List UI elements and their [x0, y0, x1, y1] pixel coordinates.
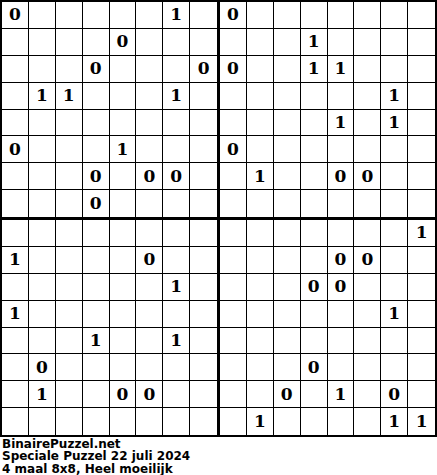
cell-bottom-right-r6c6[interactable]: [354, 354, 381, 381]
cell-top-right-r7c2: 1: [247, 163, 274, 190]
cell-top-left-r4c5[interactable]: [110, 83, 137, 110]
cell-top-right-r5c7: 1: [381, 110, 408, 137]
cell-bottom-left-r6c2: 0: [29, 354, 56, 381]
cell-bottom-left-r3c2[interactable]: [29, 274, 56, 301]
cell-bottom-right-r6c3[interactable]: [274, 354, 301, 381]
cell-bottom-left-r5c3[interactable]: [56, 328, 83, 355]
cell-top-left-r7c2[interactable]: [29, 163, 56, 190]
cell-bottom-left-r2c1: 1: [2, 247, 29, 274]
cell-bottom-left-r6c3[interactable]: [56, 354, 83, 381]
cell-bottom-left-r8c6[interactable]: [136, 408, 163, 435]
cell-bottom-right-r8c7: 1: [381, 408, 408, 435]
cell-top-right-r8c3[interactable]: [274, 190, 301, 217]
cell-bottom-right-r6c4: 0: [301, 354, 328, 381]
cell-top-right-r6c5[interactable]: [328, 136, 355, 163]
cell-bottom-right-r3c1[interactable]: [220, 274, 247, 301]
cell-bottom-right-r5c5[interactable]: [328, 328, 355, 355]
cell-bottom-right-r5c3[interactable]: [274, 328, 301, 355]
cell-top-right-r3c8[interactable]: [408, 56, 435, 83]
cell-bottom-left-r6c5[interactable]: [110, 354, 137, 381]
cell-bottom-right-r8c4[interactable]: [301, 408, 328, 435]
cell-bottom-left-r3c5[interactable]: [110, 274, 137, 301]
cell-bottom-right-r8c8: 1: [408, 408, 435, 435]
cell-bottom-left-r5c7: 1: [163, 328, 190, 355]
cell-top-right-r8c7[interactable]: [381, 190, 408, 217]
cell-top-left-r2c8[interactable]: [190, 29, 217, 56]
cell-bottom-right-r3c3[interactable]: [274, 274, 301, 301]
cell-top-right-r2c6[interactable]: [354, 29, 381, 56]
cell-bottom-right-r2c7[interactable]: [381, 247, 408, 274]
cell-top-right-r6c7[interactable]: [381, 136, 408, 163]
cell-top-left-r2c1[interactable]: [2, 29, 29, 56]
cell-bottom-left-r7c1[interactable]: [2, 381, 29, 408]
cell-top-right-r4c2[interactable]: [247, 83, 274, 110]
cell-bottom-left-r6c7[interactable]: [163, 354, 190, 381]
cell-bottom-left-r3c7: 1: [163, 274, 190, 301]
cell-top-right-r6c2[interactable]: [247, 136, 274, 163]
cell-bottom-left-r4c5[interactable]: [110, 301, 137, 328]
grid-top-left: 01000111010000: [2, 2, 217, 217]
cell-bottom-left-r1c7[interactable]: [163, 220, 190, 247]
cell-bottom-right-r4c3[interactable]: [274, 301, 301, 328]
cell-top-right-r8c1[interactable]: [220, 190, 247, 217]
cell-top-left-r3c3[interactable]: [56, 56, 83, 83]
cell-top-left-r5c2[interactable]: [29, 110, 56, 137]
cell-top-left-r8c4: 0: [83, 190, 110, 217]
cell-bottom-right-r5c1[interactable]: [220, 328, 247, 355]
cell-bottom-left-r4c7[interactable]: [163, 301, 190, 328]
cell-top-left-r2c3[interactable]: [56, 29, 83, 56]
cell-bottom-right-r2c1[interactable]: [220, 247, 247, 274]
cell-bottom-left-r2c5[interactable]: [110, 247, 137, 274]
cell-bottom-right-r1c7[interactable]: [381, 220, 408, 247]
cell-bottom-right-r4c5[interactable]: [328, 301, 355, 328]
cell-top-left-r5c5[interactable]: [110, 110, 137, 137]
cell-top-right-r2c1[interactable]: [220, 29, 247, 56]
cell-bottom-right-r5c4[interactable]: [301, 328, 328, 355]
cell-top-right-r7c6: 0: [354, 163, 381, 190]
cell-top-left-r1c6[interactable]: [136, 2, 163, 29]
cell-top-right-r1c6[interactable]: [354, 2, 381, 29]
cell-bottom-right-r3c2[interactable]: [247, 274, 274, 301]
cell-top-left-r8c3[interactable]: [56, 190, 83, 217]
cell-bottom-right-r6c1[interactable]: [220, 354, 247, 381]
cell-top-right-r2c5[interactable]: [328, 29, 355, 56]
cell-bottom-right-r1c4[interactable]: [301, 220, 328, 247]
cell-top-left-r5c4[interactable]: [83, 110, 110, 137]
cell-top-right-r1c4[interactable]: [301, 2, 328, 29]
cell-bottom-left-r8c7[interactable]: [163, 408, 190, 435]
cell-top-left-r4c2: 1: [29, 83, 56, 110]
cell-top-left-r5c3[interactable]: [56, 110, 83, 137]
cell-bottom-left-r4c2[interactable]: [29, 301, 56, 328]
cell-top-right-r7c5: 0: [328, 163, 355, 190]
cell-bottom-right-r7c4[interactable]: [301, 381, 328, 408]
cell-bottom-right-r5c6[interactable]: [354, 328, 381, 355]
cell-bottom-right-r3c6[interactable]: [354, 274, 381, 301]
cell-top-right-r2c2[interactable]: [247, 29, 274, 56]
cell-bottom-right-r4c4[interactable]: [301, 301, 328, 328]
cell-top-left-r3c7[interactable]: [163, 56, 190, 83]
cell-top-left-r2c2[interactable]: [29, 29, 56, 56]
cell-top-left-r7c7: 0: [163, 163, 190, 190]
puzzle-description: 4 maal 8x8, Heel moeilijk: [2, 463, 437, 475]
cell-top-left-r2c4[interactable]: [83, 29, 110, 56]
cell-bottom-left-r4c3[interactable]: [56, 301, 83, 328]
cell-bottom-right-r7c5: 1: [328, 381, 355, 408]
cell-bottom-left-r8c5[interactable]: [110, 408, 137, 435]
cell-top-left-r5c8[interactable]: [190, 110, 217, 137]
cell-top-right-r1c7[interactable]: [381, 2, 408, 29]
cell-top-left-r7c8[interactable]: [190, 163, 217, 190]
cell-top-right-r1c1: 0: [220, 2, 247, 29]
cell-top-right-r3c7[interactable]: [381, 56, 408, 83]
cell-bottom-right-r7c1[interactable]: [220, 381, 247, 408]
cell-top-right-r3c6[interactable]: [354, 56, 381, 83]
cell-bottom-left-r1c8[interactable]: [190, 220, 217, 247]
cell-top-left-r4c3: 1: [56, 83, 83, 110]
cell-top-right-r8c8[interactable]: [408, 190, 435, 217]
cell-top-left-r3c2[interactable]: [29, 56, 56, 83]
cell-top-left-r7c5[interactable]: [110, 163, 137, 190]
cell-top-left-r2c7[interactable]: [163, 29, 190, 56]
cell-top-right-r6c4[interactable]: [301, 136, 328, 163]
cell-bottom-left-r4c8[interactable]: [190, 301, 217, 328]
cell-bottom-left-r6c6[interactable]: [136, 354, 163, 381]
cell-bottom-right-r7c3: 0: [274, 381, 301, 408]
cell-top-right-r2c4: 1: [301, 29, 328, 56]
cell-top-right-r5c5: 1: [328, 110, 355, 137]
cell-bottom-left-r2c4[interactable]: [83, 247, 110, 274]
cell-top-right-r6c1: 0: [220, 136, 247, 163]
cell-top-right-r7c4[interactable]: [301, 163, 328, 190]
cell-bottom-right-r2c2[interactable]: [247, 247, 274, 274]
cell-top-right-r7c8[interactable]: [408, 163, 435, 190]
cell-top-left-r6c2[interactable]: [29, 136, 56, 163]
cell-top-left-r8c1[interactable]: [2, 190, 29, 217]
cell-bottom-left-r2c6: 0: [136, 247, 163, 274]
cell-top-right-r4c3[interactable]: [274, 83, 301, 110]
cell-top-left-r6c3[interactable]: [56, 136, 83, 163]
cell-bottom-right-r1c8: 1: [408, 220, 435, 247]
cell-bottom-left-r5c1[interactable]: [2, 328, 29, 355]
cell-bottom-left-r7c4[interactable]: [83, 381, 110, 408]
cell-bottom-left-r7c8[interactable]: [190, 381, 217, 408]
cell-top-left-r6c6[interactable]: [136, 136, 163, 163]
cell-bottom-left-r6c4[interactable]: [83, 354, 110, 381]
grid-top-right: 010111110100: [220, 2, 435, 217]
cell-top-right-r4c4[interactable]: [301, 83, 328, 110]
cell-top-left-r6c8[interactable]: [190, 136, 217, 163]
cell-top-left-r3c4: 0: [83, 56, 110, 83]
cell-bottom-right-r7c6[interactable]: [354, 381, 381, 408]
cell-top-left-r5c1[interactable]: [2, 110, 29, 137]
cell-bottom-right-r3c4: 0: [301, 274, 328, 301]
cell-bottom-right-r6c7[interactable]: [381, 354, 408, 381]
cell-top-left-r4c8[interactable]: [190, 83, 217, 110]
cell-top-right-r1c8[interactable]: [408, 2, 435, 29]
cell-top-right-r3c1: 0: [220, 56, 247, 83]
cell-bottom-left-r7c2: 1: [29, 381, 56, 408]
cell-bottom-right-r6c2[interactable]: [247, 354, 274, 381]
cell-bottom-left-r8c8[interactable]: [190, 408, 217, 435]
cell-top-left-r2c6[interactable]: [136, 29, 163, 56]
cell-top-left-r4c1[interactable]: [2, 83, 29, 110]
cell-bottom-left-r2c7[interactable]: [163, 247, 190, 274]
cell-top-right-r6c3[interactable]: [274, 136, 301, 163]
cell-top-right-r4c1[interactable]: [220, 83, 247, 110]
cell-bottom-left-r3c8[interactable]: [190, 274, 217, 301]
cell-bottom-right-r8c5[interactable]: [328, 408, 355, 435]
cell-bottom-right-r4c1[interactable]: [220, 301, 247, 328]
cell-top-left-r1c1: 0: [2, 2, 29, 29]
cell-bottom-right-r1c5[interactable]: [328, 220, 355, 247]
cell-top-right-r8c2[interactable]: [247, 190, 274, 217]
cell-top-right-r5c8[interactable]: [408, 110, 435, 137]
cell-bottom-right-r2c4[interactable]: [301, 247, 328, 274]
cell-top-left-r1c2[interactable]: [29, 2, 56, 29]
cell-bottom-left-r7c6: 0: [136, 381, 163, 408]
cell-bottom-left-r5c4: 1: [83, 328, 110, 355]
cell-bottom-right-r1c2[interactable]: [247, 220, 274, 247]
grid-bottom-right: 1000010010111: [220, 220, 435, 435]
cell-top-left-r8c7[interactable]: [163, 190, 190, 217]
cell-top-right-r2c3[interactable]: [274, 29, 301, 56]
cell-bottom-right-r1c6[interactable]: [354, 220, 381, 247]
grid-bottom-left: 1011110100: [2, 220, 217, 435]
cell-bottom-left-r3c6[interactable]: [136, 274, 163, 301]
cell-top-right-r4c6[interactable]: [354, 83, 381, 110]
cell-bottom-right-r1c3[interactable]: [274, 220, 301, 247]
cell-top-left-r8c8[interactable]: [190, 190, 217, 217]
cell-top-right-r5c6[interactable]: [354, 110, 381, 137]
cell-top-left-r6c4[interactable]: [83, 136, 110, 163]
cell-bottom-left-r1c6[interactable]: [136, 220, 163, 247]
cell-bottom-right-r7c7: 0: [381, 381, 408, 408]
cell-top-left-r8c6[interactable]: [136, 190, 163, 217]
cell-top-right-r7c1[interactable]: [220, 163, 247, 190]
cell-bottom-left-r2c8[interactable]: [190, 247, 217, 274]
cell-bottom-right-r5c2[interactable]: [247, 328, 274, 355]
cell-top-right-r8c5[interactable]: [328, 190, 355, 217]
cell-bottom-right-r5c7[interactable]: [381, 328, 408, 355]
cell-bottom-right-r3c7[interactable]: [381, 274, 408, 301]
cell-bottom-right-r2c6: 0: [354, 247, 381, 274]
cell-top-right-r4c8[interactable]: [408, 83, 435, 110]
cell-top-left-r1c5[interactable]: [110, 2, 137, 29]
puzzle-page: 01000111010000 010111110100 1011110100 1…: [0, 0, 437, 475]
cell-top-right-r8c4[interactable]: [301, 190, 328, 217]
cell-bottom-left-r4c4[interactable]: [83, 301, 110, 328]
cell-top-left-r4c6[interactable]: [136, 83, 163, 110]
cell-bottom-left-r1c5[interactable]: [110, 220, 137, 247]
cell-top-left-r1c4[interactable]: [83, 2, 110, 29]
cell-bottom-right-r5c8[interactable]: [408, 328, 435, 355]
cell-top-left-r4c7: 1: [163, 83, 190, 110]
cell-bottom-right-r6c8[interactable]: [408, 354, 435, 381]
cell-bottom-left-r2c3[interactable]: [56, 247, 83, 274]
cell-bottom-right-r2c8[interactable]: [408, 247, 435, 274]
cell-top-left-r6c5: 1: [110, 136, 137, 163]
cell-bottom-right-r7c2[interactable]: [247, 381, 274, 408]
cell-bottom-left-r7c7[interactable]: [163, 381, 190, 408]
cell-bottom-right-r8c1[interactable]: [220, 408, 247, 435]
cell-bottom-left-r8c4[interactable]: [83, 408, 110, 435]
cell-bottom-left-r4c6[interactable]: [136, 301, 163, 328]
cell-bottom-right-r8c6[interactable]: [354, 408, 381, 435]
cell-top-right-r5c4[interactable]: [301, 110, 328, 137]
cell-top-left-r2c5: 0: [110, 29, 137, 56]
cell-top-left-r1c7: 1: [163, 2, 190, 29]
cell-top-right-r3c3[interactable]: [274, 56, 301, 83]
cell-bottom-left-r5c5[interactable]: [110, 328, 137, 355]
cell-top-left-r5c6[interactable]: [136, 110, 163, 137]
cell-top-right-r6c8[interactable]: [408, 136, 435, 163]
cell-top-right-r3c4: 1: [301, 56, 328, 83]
cell-top-left-r1c8[interactable]: [190, 2, 217, 29]
cell-top-right-r3c2[interactable]: [247, 56, 274, 83]
cell-bottom-left-r5c6[interactable]: [136, 328, 163, 355]
cell-top-left-r5c7[interactable]: [163, 110, 190, 137]
cell-bottom-right-r6c5[interactable]: [328, 354, 355, 381]
cell-top-left-r6c1: 0: [2, 136, 29, 163]
cell-bottom-left-r8c1[interactable]: [2, 408, 29, 435]
cell-bottom-left-r3c1[interactable]: [2, 274, 29, 301]
cell-bottom-right-r7c8[interactable]: [408, 381, 435, 408]
cell-bottom-left-r6c8[interactable]: [190, 354, 217, 381]
cell-bottom-right-r4c7: 1: [381, 301, 408, 328]
cell-bottom-right-r3c5: 0: [328, 274, 355, 301]
cell-top-left-r8c5[interactable]: [110, 190, 137, 217]
cell-bottom-right-r8c3[interactable]: [274, 408, 301, 435]
cell-bottom-left-r1c4[interactable]: [83, 220, 110, 247]
cell-top-right-r5c1[interactable]: [220, 110, 247, 137]
cell-top-left-r3c6[interactable]: [136, 56, 163, 83]
cell-bottom-left-r3c4[interactable]: [83, 274, 110, 301]
cell-bottom-left-r7c3[interactable]: [56, 381, 83, 408]
cell-bottom-left-r1c2[interactable]: [29, 220, 56, 247]
cell-bottom-right-r1c1[interactable]: [220, 220, 247, 247]
cell-top-left-r1c3[interactable]: [56, 2, 83, 29]
cell-top-right-r2c7[interactable]: [381, 29, 408, 56]
puzzle-footer: BinairePuzzel.net Speciale Puzzel 22 jul…: [0, 437, 437, 475]
cell-top-left-r4c4[interactable]: [83, 83, 110, 110]
cell-bottom-right-r2c3[interactable]: [274, 247, 301, 274]
cell-bottom-left-r7c5: 0: [110, 381, 137, 408]
cell-top-right-r2c8[interactable]: [408, 29, 435, 56]
cell-bottom-right-r4c2[interactable]: [247, 301, 274, 328]
cell-bottom-left-r5c8[interactable]: [190, 328, 217, 355]
cell-top-left-r8c2[interactable]: [29, 190, 56, 217]
cell-bottom-left-r6c1[interactable]: [2, 354, 29, 381]
cell-top-right-r7c7[interactable]: [381, 163, 408, 190]
cell-top-right-r7c3[interactable]: [274, 163, 301, 190]
cell-top-left-r7c4: 0: [83, 163, 110, 190]
cell-top-left-r7c3[interactable]: [56, 163, 83, 190]
cell-bottom-left-r2c2[interactable]: [29, 247, 56, 274]
cell-bottom-left-r8c2[interactable]: [29, 408, 56, 435]
cell-top-right-r4c5[interactable]: [328, 83, 355, 110]
puzzle-board: 01000111010000 010111110100 1011110100 1…: [0, 0, 437, 437]
cell-top-left-r3c1[interactable]: [2, 56, 29, 83]
cell-top-right-r4c7: 1: [381, 83, 408, 110]
cell-bottom-left-r1c3[interactable]: [56, 220, 83, 247]
cell-bottom-left-r1c1[interactable]: [2, 220, 29, 247]
cell-top-right-r6c6[interactable]: [354, 136, 381, 163]
cell-bottom-right-r8c2: 1: [247, 408, 274, 435]
cell-bottom-right-r4c6[interactable]: [354, 301, 381, 328]
cell-top-left-r3c5[interactable]: [110, 56, 137, 83]
cell-top-left-r6c7[interactable]: [163, 136, 190, 163]
cell-top-left-r7c6: 0: [136, 163, 163, 190]
cell-top-right-r1c2[interactable]: [247, 2, 274, 29]
cell-top-right-r5c3[interactable]: [274, 110, 301, 137]
cell-top-right-r1c5[interactable]: [328, 2, 355, 29]
cell-bottom-left-r5c2[interactable]: [29, 328, 56, 355]
cell-bottom-right-r4c8[interactable]: [408, 301, 435, 328]
cell-top-left-r3c8: 0: [190, 56, 217, 83]
cell-bottom-left-r8c3[interactable]: [56, 408, 83, 435]
cell-bottom-right-r2c5: 0: [328, 247, 355, 274]
cell-top-right-r3c5: 1: [328, 56, 355, 83]
cell-bottom-right-r3c8[interactable]: [408, 274, 435, 301]
cell-bottom-left-r3c3[interactable]: [56, 274, 83, 301]
cell-top-right-r1c3[interactable]: [274, 2, 301, 29]
cell-top-left-r7c1[interactable]: [2, 163, 29, 190]
puzzle-subtitle: Speciale Puzzel 22 juli 2024: [2, 450, 437, 462]
cell-top-right-r5c2[interactable]: [247, 110, 274, 137]
cell-top-right-r8c6[interactable]: [354, 190, 381, 217]
cell-bottom-left-r4c1: 1: [2, 301, 29, 328]
